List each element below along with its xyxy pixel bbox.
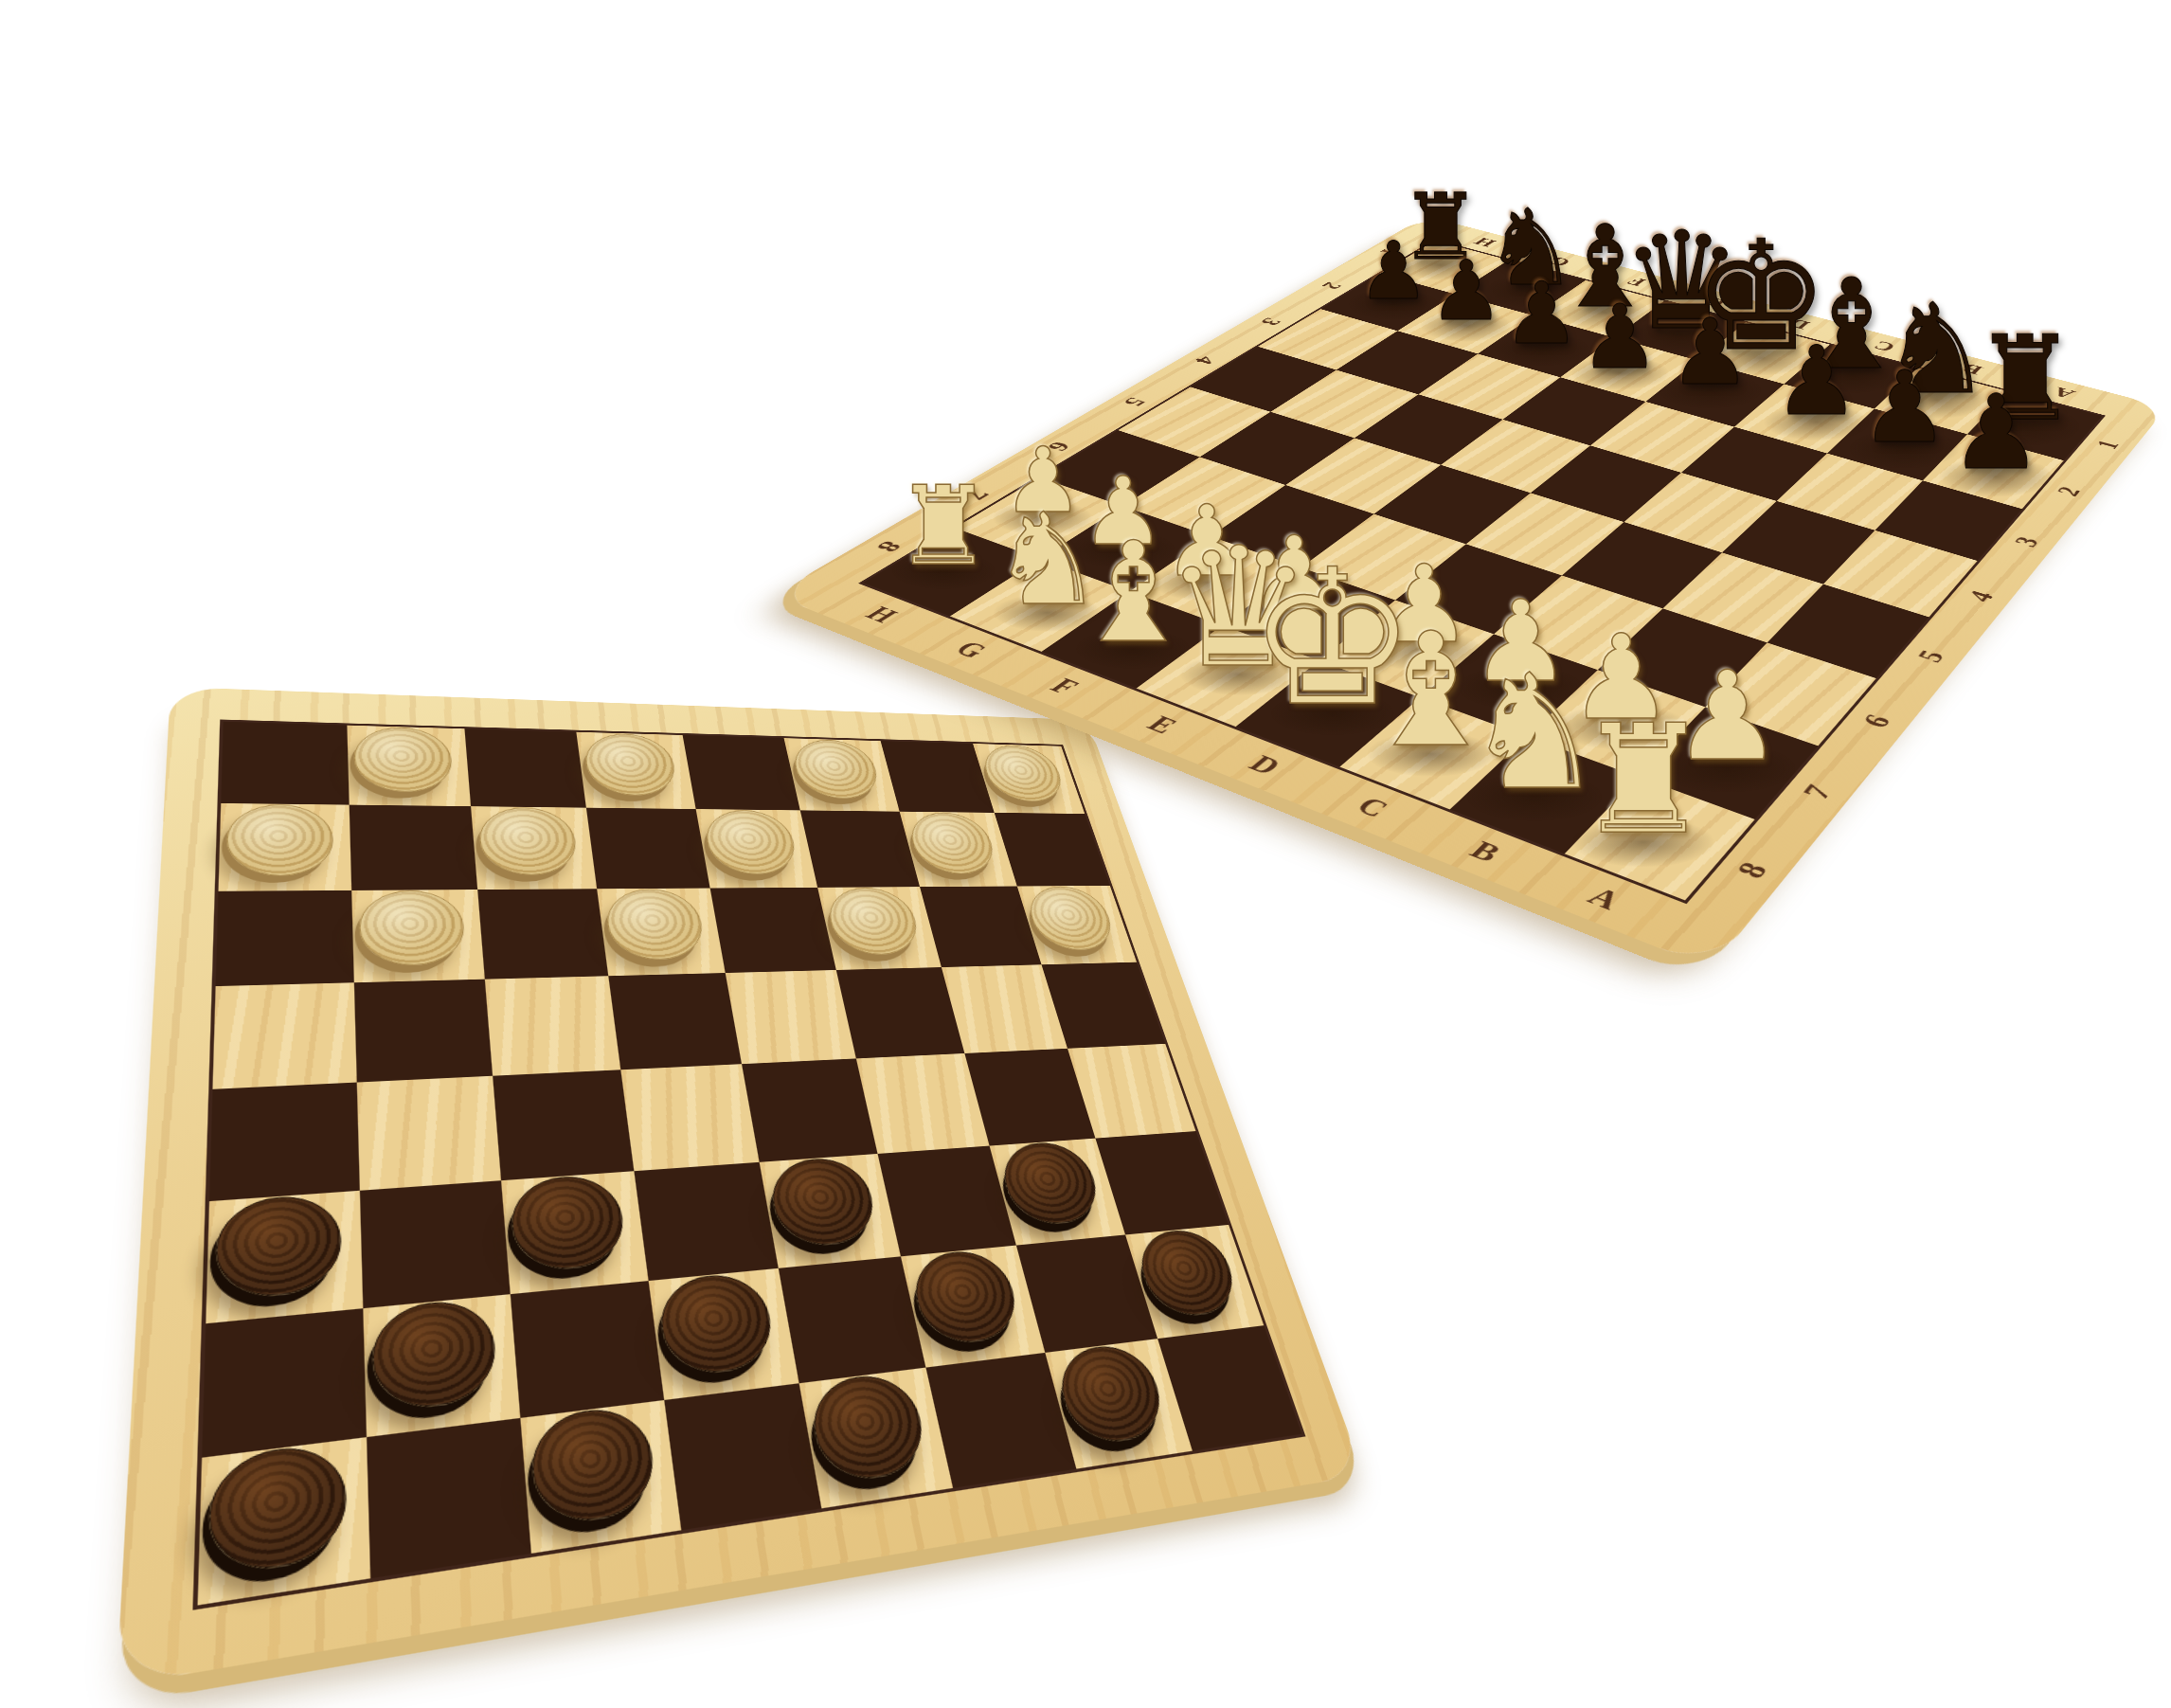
checkers-grid — [192, 719, 1305, 1609]
checker-piece-dark-r7c6[interactable] — [1051, 1341, 1172, 1447]
checker-piece-light-r1c6[interactable] — [905, 813, 1000, 874]
checkers-square-r7c0[interactable] — [198, 1437, 371, 1605]
checkers-square-r4c4[interactable] — [742, 1058, 878, 1161]
checkers-square-r5c0[interactable] — [206, 1191, 363, 1323]
checkers-square-r2c3[interactable] — [597, 889, 726, 977]
checker-piece-light-r0c1[interactable] — [353, 727, 455, 793]
checkers-square-r1c4[interactable] — [696, 809, 817, 888]
checkers-square-r4c2[interactable] — [493, 1070, 634, 1180]
checker-piece-light-r2c7[interactable] — [1022, 887, 1120, 951]
checkers-square-r1c0[interactable] — [219, 803, 352, 891]
checker-piece-dark-r5c6[interactable] — [996, 1141, 1106, 1228]
checkers-square-r0c2[interactable] — [464, 728, 585, 807]
checkers-square-r5c3[interactable] — [634, 1162, 778, 1281]
checkers-square-r0c1[interactable] — [347, 726, 471, 807]
checkers-square-r2c0[interactable] — [216, 890, 354, 986]
checker-piece-dark-r7c4[interactable] — [806, 1371, 931, 1485]
checker-piece-dark-r7c2[interactable] — [528, 1404, 659, 1528]
checkers-square-r2c1[interactable] — [351, 890, 485, 982]
checkers-square-r4c1[interactable] — [357, 1076, 501, 1191]
checkers-square-r1c2[interactable] — [471, 806, 597, 890]
checker-piece-light-r0c7[interactable] — [978, 745, 1068, 801]
checkers-square-r5c1[interactable] — [360, 1180, 511, 1308]
checkers-square-r0c0[interactable] — [221, 722, 349, 805]
checkers-square-r0c4[interactable] — [683, 735, 800, 810]
checkers-square-r7c2[interactable] — [520, 1400, 681, 1554]
product-photo-canvas: { "scene": { "background_color": "#fffff… — [0, 0, 2171, 1708]
checker-piece-light-r0c3[interactable] — [582, 733, 679, 796]
scene: HH11GG22FF33EE44DD55CC66BB77AA88 ♜♞♝♛♚♝♞… — [0, 0, 2171, 1708]
checkers-square-r6c2[interactable] — [511, 1281, 664, 1418]
checkers-square-r1c1[interactable] — [350, 805, 477, 890]
checkers-square-r0c3[interactable] — [576, 732, 695, 809]
checkers-square-r7c3[interactable] — [664, 1383, 821, 1530]
checker-piece-dark-r5c4[interactable] — [765, 1156, 881, 1249]
checkers-square-r7c1[interactable] — [367, 1418, 531, 1578]
checkers-square-r4c3[interactable] — [620, 1064, 759, 1171]
checker-piece-dark-r6c1[interactable] — [371, 1297, 499, 1412]
checkers-square-r2c4[interactable] — [710, 888, 836, 973]
checker-piece-dark-r7c0[interactable] — [207, 1441, 348, 1577]
checker-piece-dark-r6c3[interactable] — [655, 1271, 779, 1378]
checkers-square-r6c0[interactable] — [202, 1308, 367, 1458]
checkers-square-r5c4[interactable] — [760, 1154, 901, 1268]
checkers-square-r3c2[interactable] — [485, 976, 620, 1075]
checkers-square-r6c1[interactable] — [363, 1294, 520, 1437]
checkers-board — [117, 687, 1364, 1686]
checkers-square-r3c4[interactable] — [726, 970, 856, 1064]
checker-piece-light-r2c1[interactable] — [358, 890, 467, 966]
checker-piece-light-r2c5[interactable] — [823, 888, 924, 955]
checkers-square-r6c4[interactable] — [779, 1256, 926, 1383]
checker-piece-dark-r5c0[interactable] — [215, 1194, 343, 1302]
checker-piece-dark-r6c7[interactable] — [1131, 1227, 1244, 1320]
checkers-square-r2c2[interactable] — [477, 889, 608, 979]
checker-piece-dark-r5c2[interactable] — [509, 1174, 629, 1273]
checkers-square-r4c0[interactable] — [209, 1083, 360, 1202]
checker-piece-light-r0c5[interactable] — [789, 739, 884, 799]
checkers-square-r5c2[interactable] — [501, 1171, 649, 1294]
checker-piece-dark-r6c5[interactable] — [907, 1248, 1025, 1347]
checker-piece-light-r2c3[interactable] — [603, 890, 709, 961]
checkers-square-r3c3[interactable] — [608, 973, 742, 1070]
checkers-square-r3c1[interactable] — [354, 980, 493, 1083]
checker-piece-light-r1c4[interactable] — [702, 810, 801, 874]
checkers-square-r1c3[interactable] — [586, 808, 710, 890]
checker-piece-light-r1c0[interactable] — [225, 804, 333, 875]
checkers-square-r6c3[interactable] — [649, 1268, 799, 1400]
checker-piece-light-r1c2[interactable] — [477, 807, 581, 874]
checkers-square-r3c0[interactable] — [212, 982, 356, 1089]
